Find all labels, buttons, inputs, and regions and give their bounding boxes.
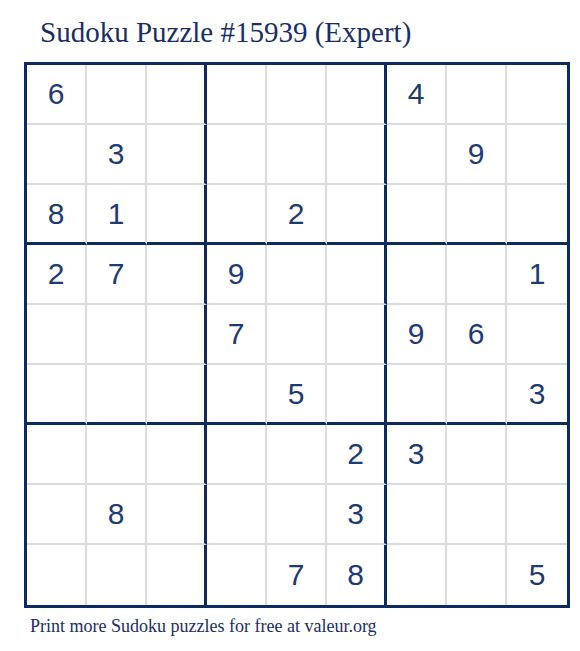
cell-r5c6 [327, 305, 387, 365]
cell-r3c4 [207, 185, 267, 245]
cell-r5c1 [27, 305, 87, 365]
cell-r9c7 [387, 545, 447, 605]
cell-r9c8 [447, 545, 507, 605]
cell-r1c2 [87, 65, 147, 125]
cell-r4c8 [447, 245, 507, 305]
cell-r3c8 [447, 185, 507, 245]
cell-r8c8 [447, 485, 507, 545]
cell-r5c5 [267, 305, 327, 365]
cell-r3c2: 1 [87, 185, 147, 245]
cell-r6c9: 3 [507, 365, 567, 425]
cell-r7c1 [27, 425, 87, 485]
cell-r7c9 [507, 425, 567, 485]
cell-r1c3 [147, 65, 207, 125]
cell-r9c1 [27, 545, 87, 605]
cell-r6c5: 5 [267, 365, 327, 425]
cell-r5c3 [147, 305, 207, 365]
cell-r4c4: 9 [207, 245, 267, 305]
cell-r7c8 [447, 425, 507, 485]
cell-r2c6 [327, 125, 387, 185]
cell-r8c7 [387, 485, 447, 545]
cell-r9c2 [87, 545, 147, 605]
cell-r5c8: 6 [447, 305, 507, 365]
cell-r7c3 [147, 425, 207, 485]
cell-r8c3 [147, 485, 207, 545]
cell-r1c1: 6 [27, 65, 87, 125]
page-title: Sudoku Puzzle #15939 (Expert) [40, 16, 411, 49]
cell-r9c4 [207, 545, 267, 605]
cell-r3c9 [507, 185, 567, 245]
cell-r2c5 [267, 125, 327, 185]
cell-r8c6: 3 [327, 485, 387, 545]
cell-r7c7: 3 [387, 425, 447, 485]
cell-r8c9 [507, 485, 567, 545]
cell-r8c2: 8 [87, 485, 147, 545]
cell-r4c7 [387, 245, 447, 305]
cell-r6c4 [207, 365, 267, 425]
cell-r5c7: 9 [387, 305, 447, 365]
cell-r2c9 [507, 125, 567, 185]
cell-r7c4 [207, 425, 267, 485]
cell-r1c7: 4 [387, 65, 447, 125]
cell-r7c5 [267, 425, 327, 485]
cell-r5c2 [87, 305, 147, 365]
sudoku-board: 64398122791796532383785 [24, 62, 570, 608]
cell-r1c4 [207, 65, 267, 125]
cell-r9c5: 7 [267, 545, 327, 605]
cell-r2c4 [207, 125, 267, 185]
footer-note: Print more Sudoku puzzles for free at va… [30, 616, 377, 637]
cell-r6c6 [327, 365, 387, 425]
cell-r4c3 [147, 245, 207, 305]
cell-r4c2: 7 [87, 245, 147, 305]
cell-r2c2: 3 [87, 125, 147, 185]
cell-r3c5: 2 [267, 185, 327, 245]
cell-r5c9 [507, 305, 567, 365]
cell-r9c9: 5 [507, 545, 567, 605]
cell-r9c6: 8 [327, 545, 387, 605]
cell-r7c2 [87, 425, 147, 485]
cell-r4c6 [327, 245, 387, 305]
cell-r6c3 [147, 365, 207, 425]
cell-r6c1 [27, 365, 87, 425]
cell-r3c3 [147, 185, 207, 245]
cell-r4c1: 2 [27, 245, 87, 305]
cell-r8c1 [27, 485, 87, 545]
cell-r1c8 [447, 65, 507, 125]
cell-r2c7 [387, 125, 447, 185]
cell-r6c7 [387, 365, 447, 425]
cell-r6c2 [87, 365, 147, 425]
cell-r5c4: 7 [207, 305, 267, 365]
cell-r1c6 [327, 65, 387, 125]
cell-r4c5 [267, 245, 327, 305]
cell-r4c9: 1 [507, 245, 567, 305]
cell-r3c1: 8 [27, 185, 87, 245]
sudoku-page: Sudoku Puzzle #15939 (Expert) 6439812279… [0, 0, 580, 651]
cell-r3c6 [327, 185, 387, 245]
cell-r6c8 [447, 365, 507, 425]
cell-r7c6: 2 [327, 425, 387, 485]
cell-r2c1 [27, 125, 87, 185]
cell-r9c3 [147, 545, 207, 605]
cell-r1c9 [507, 65, 567, 125]
cell-r3c7 [387, 185, 447, 245]
cell-r2c8: 9 [447, 125, 507, 185]
cell-r8c4 [207, 485, 267, 545]
cell-r2c3 [147, 125, 207, 185]
cell-r8c5 [267, 485, 327, 545]
cell-r1c5 [267, 65, 327, 125]
